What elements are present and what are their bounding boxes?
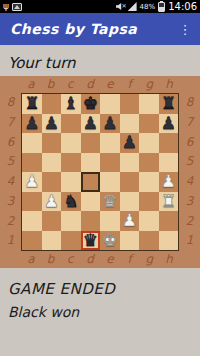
square-a1[interactable]: [22, 231, 42, 251]
square-g5[interactable]: [139, 153, 159, 173]
rank-label-3: 3: [0, 192, 21, 212]
square-e5[interactable]: [100, 153, 120, 173]
square-g2[interactable]: [139, 211, 159, 231]
rank-label-3: 3: [179, 192, 200, 212]
rank-label-5: 5: [179, 152, 200, 172]
file-label-b: b: [41, 251, 61, 268]
battery-icon: [158, 2, 165, 12]
rank-labels-left: 87654321: [0, 93, 21, 251]
black-pawn-piece: ♟: [102, 114, 117, 133]
square-f1[interactable]: [120, 231, 140, 251]
black-king-piece: ♚: [83, 94, 98, 113]
square-d5[interactable]: [81, 153, 101, 173]
clock: 14:06: [168, 1, 197, 12]
square-c1[interactable]: [61, 231, 81, 251]
black-queen-piece: ♛: [83, 231, 98, 250]
square-f5[interactable]: [120, 153, 140, 173]
square-a4[interactable]: ♟: [22, 172, 42, 192]
square-d8[interactable]: ♚: [81, 94, 101, 114]
square-c6[interactable]: [61, 133, 81, 153]
square-h2[interactable]: [159, 211, 179, 231]
game-ended-text: GAME ENDED: [8, 280, 200, 298]
black-pawn-piece: ♟: [24, 114, 39, 133]
chess-board: abcdefgh 87654321 ♜♝♚♜♟♟♟♟♟♟♟♟♟♞♛♜♟♛♚ 87…: [0, 76, 200, 268]
square-b5[interactable]: [42, 153, 62, 173]
file-labels-bottom: abcdefgh: [0, 251, 200, 268]
square-e2[interactable]: [100, 211, 120, 231]
square-h5[interactable]: [159, 153, 179, 173]
rank-label-5: 5: [0, 152, 21, 172]
file-label-b: b: [41, 76, 61, 93]
file-label-d: d: [80, 76, 100, 93]
status-bar: ψ 48% 14:06: [0, 0, 200, 13]
signal-icon: [128, 2, 137, 11]
square-c7[interactable]: [61, 114, 81, 134]
square-d1[interactable]: ♛: [81, 231, 101, 251]
square-g3[interactable]: [139, 192, 159, 212]
battery-percent: 48%: [140, 3, 156, 11]
square-c3[interactable]: ♞: [61, 192, 81, 212]
square-h7[interactable]: ♟: [159, 114, 179, 134]
rank-label-2: 2: [179, 212, 200, 232]
rank-label-8: 8: [179, 93, 200, 113]
square-a8[interactable]: ♜: [22, 94, 42, 114]
square-a6[interactable]: [22, 133, 42, 153]
square-f4[interactable]: [120, 172, 140, 192]
rank-label-6: 6: [0, 133, 21, 153]
square-d7[interactable]: ♟: [81, 114, 101, 134]
overflow-menu-icon[interactable]: ⋮: [176, 17, 194, 41]
square-g6[interactable]: [139, 133, 159, 153]
file-label-a: a: [21, 76, 41, 93]
black-rook-piece: ♜: [24, 94, 39, 113]
winner-text: Black won: [8, 304, 200, 320]
rank-label-7: 7: [179, 113, 200, 133]
square-c8[interactable]: ♝: [61, 94, 81, 114]
app-title: Chess by Tapsa: [10, 21, 137, 37]
square-g8[interactable]: [139, 94, 159, 114]
square-h6[interactable]: [159, 133, 179, 153]
black-pawn-piece: ♟: [161, 114, 176, 133]
square-b7[interactable]: ♟: [42, 114, 62, 134]
square-h1[interactable]: [159, 231, 179, 251]
square-a2[interactable]: [22, 211, 42, 231]
square-b8[interactable]: [42, 94, 62, 114]
file-label-c: c: [61, 251, 81, 268]
square-e6[interactable]: [100, 133, 120, 153]
black-pawn-piece: ♟: [44, 114, 59, 133]
white-queen-piece: ♛: [102, 192, 117, 211]
rank-labels-right: 87654321: [179, 93, 200, 251]
square-a3[interactable]: [22, 192, 42, 212]
rank-label-8: 8: [0, 93, 21, 113]
black-knight-piece: ♞: [63, 192, 78, 211]
white-pawn-piece: ♟: [24, 172, 39, 191]
square-a5[interactable]: [22, 153, 42, 173]
file-label-d: d: [80, 251, 100, 268]
white-rook-piece: ♜: [161, 192, 176, 211]
square-f8[interactable]: [120, 94, 140, 114]
rank-label-7: 7: [0, 113, 21, 133]
square-e1[interactable]: ♚: [100, 231, 120, 251]
white-pawn-piece: ♟: [44, 192, 59, 211]
black-rook-piece: ♜: [161, 94, 176, 113]
square-d4[interactable]: [81, 172, 101, 192]
black-pawn-piece: ♟: [83, 114, 98, 133]
square-e8[interactable]: [100, 94, 120, 114]
black-pawn-piece: ♟: [122, 133, 137, 152]
gallery-icon: [12, 3, 22, 11]
square-e4[interactable]: [100, 172, 120, 192]
rank-label-6: 6: [179, 133, 200, 153]
usb-icon: ψ: [3, 2, 9, 11]
square-g7[interactable]: [139, 114, 159, 134]
file-label-h: h: [159, 76, 179, 93]
square-f6[interactable]: ♟: [120, 133, 140, 153]
square-h4[interactable]: ♟: [159, 172, 179, 192]
square-g1[interactable]: [139, 231, 159, 251]
square-b6[interactable]: [42, 133, 62, 153]
file-label-a: a: [21, 251, 41, 268]
file-label-f: f: [120, 251, 140, 268]
rank-label-4: 4: [179, 172, 200, 192]
file-label-g: g: [140, 251, 160, 268]
phone-screen: ψ 48% 14:06 Chess by Tapsa ⋮ Your turn a…: [0, 0, 200, 356]
square-f2[interactable]: ♟: [120, 211, 140, 231]
square-e3[interactable]: ♛: [100, 192, 120, 212]
file-label-g: g: [140, 76, 160, 93]
file-label-c: c: [61, 76, 81, 93]
square-h8[interactable]: ♜: [159, 94, 179, 114]
file-label-h: h: [159, 251, 179, 268]
rank-label-1: 1: [0, 231, 21, 251]
square-e7[interactable]: ♟: [100, 114, 120, 134]
mute-icon: [116, 3, 125, 11]
file-labels-top: abcdefgh: [0, 76, 200, 93]
square-d6[interactable]: [81, 133, 101, 153]
status-bar-right: 48% 14:06: [116, 1, 197, 12]
square-b3[interactable]: ♟: [42, 192, 62, 212]
square-g4[interactable]: [139, 172, 159, 192]
square-b2[interactable]: [42, 211, 62, 231]
black-bishop-piece: ♝: [63, 94, 78, 113]
square-f7[interactable]: [120, 114, 140, 134]
app-bar: Chess by Tapsa ⋮: [0, 13, 200, 45]
rank-label-1: 1: [179, 231, 200, 251]
rank-label-2: 2: [0, 212, 21, 232]
square-a7[interactable]: ♟: [22, 114, 42, 134]
square-c5[interactable]: [61, 153, 81, 173]
file-label-e: e: [100, 76, 120, 93]
white-pawn-piece: ♟: [122, 211, 137, 230]
square-c4[interactable]: [61, 172, 81, 192]
square-f3[interactable]: [120, 192, 140, 212]
rank-label-4: 4: [0, 172, 21, 192]
square-b1[interactable]: [42, 231, 62, 251]
square-h3[interactable]: ♜: [159, 192, 179, 212]
square-d3[interactable]: [81, 192, 101, 212]
file-label-e: e: [100, 251, 120, 268]
status-bar-left: ψ: [3, 2, 22, 11]
square-d2[interactable]: [81, 211, 101, 231]
white-king-piece: ♚: [102, 231, 117, 250]
square-c2[interactable]: [61, 211, 81, 231]
turn-indicator: Your turn: [0, 45, 200, 76]
white-pawn-piece: ♟: [161, 172, 176, 191]
square-b4[interactable]: [42, 172, 62, 192]
game-result: GAME ENDED Black won: [0, 268, 200, 320]
board-squares: ♜♝♚♜♟♟♟♟♟♟♟♟♟♞♛♜♟♛♚: [21, 93, 179, 251]
file-label-f: f: [120, 76, 140, 93]
